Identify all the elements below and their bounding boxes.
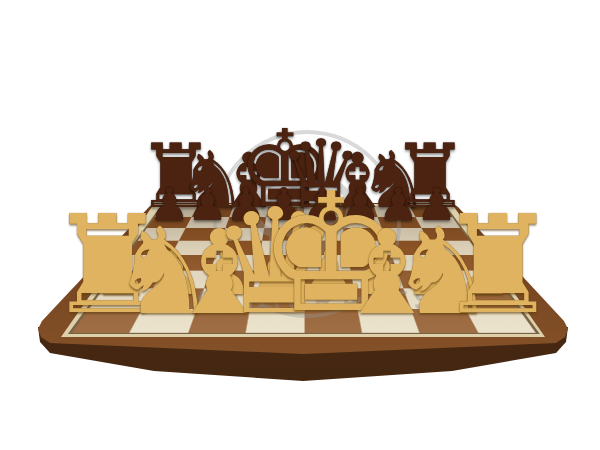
square-h6: [421, 228, 469, 240]
chess-set-photo: ♚ HANDICRAFTS ♜♞♝♚♛♝♞♜♟♟♟♟♟♟♟♟♟♟♟♟♟♟♟♟♜♞…: [0, 0, 600, 450]
square-a5: [127, 241, 178, 255]
square-a6: [137, 228, 185, 240]
square-h8: [409, 207, 452, 217]
square-h5: [427, 241, 478, 255]
square-a7: [146, 217, 191, 228]
square-h7: [415, 217, 460, 228]
square-a8: [154, 207, 197, 217]
square-b5: [171, 241, 220, 255]
watermark-king-icon: ♚: [236, 139, 369, 287]
square-h4: [435, 255, 490, 271]
square-g4: [391, 255, 443, 271]
watermark-text: HANDICRAFTS: [167, 286, 439, 317]
square-b4: [163, 255, 215, 271]
